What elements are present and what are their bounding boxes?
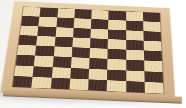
square-b2 <box>33 66 53 77</box>
square-h1 <box>144 82 163 94</box>
square-c2 <box>51 67 70 79</box>
square-g2 <box>126 70 145 82</box>
square-c1 <box>50 78 70 90</box>
square-g1 <box>126 81 145 93</box>
square-b1 <box>32 77 52 89</box>
square-e1 <box>88 79 107 91</box>
square-h2 <box>144 71 163 83</box>
square-a1 <box>13 76 33 88</box>
chessboard <box>0 1 176 101</box>
photo-background <box>0 0 186 108</box>
square-a2 <box>14 65 34 76</box>
square-d1 <box>69 78 88 90</box>
square-e2 <box>89 69 108 81</box>
chessboard-grid <box>13 7 164 94</box>
square-f2 <box>107 69 126 81</box>
square-d2 <box>70 68 89 80</box>
square-f1 <box>107 80 126 92</box>
chessboard-perspective-wrapper <box>0 1 176 101</box>
